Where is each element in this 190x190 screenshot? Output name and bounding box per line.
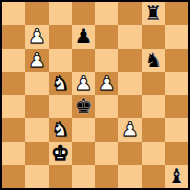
square-d5[interactable]: ♟ — [72, 72, 95, 95]
square-b7[interactable]: ♟ — [25, 25, 48, 48]
square-d1[interactable] — [72, 165, 95, 188]
square-e2[interactable] — [95, 142, 118, 165]
white-knight: ♞ — [51, 72, 69, 95]
black-pawn: ♟ — [74, 25, 92, 48]
square-h7[interactable] — [165, 25, 188, 48]
square-f3[interactable]: ♟ — [118, 118, 141, 141]
square-b1[interactable] — [25, 165, 48, 188]
square-e7[interactable] — [95, 25, 118, 48]
square-c8[interactable] — [49, 2, 72, 25]
square-h6[interactable] — [165, 49, 188, 72]
square-g1[interactable] — [142, 165, 165, 188]
square-a6[interactable] — [2, 49, 25, 72]
square-h2[interactable] — [165, 142, 188, 165]
black-king: ♚ — [74, 95, 92, 118]
square-g6[interactable]: ♞ — [142, 49, 165, 72]
square-b4[interactable] — [25, 95, 48, 118]
square-e3[interactable] — [95, 118, 118, 141]
square-a8[interactable] — [2, 2, 25, 25]
square-f2[interactable] — [118, 142, 141, 165]
square-e1[interactable] — [95, 165, 118, 188]
square-g2[interactable] — [142, 142, 165, 165]
square-f4[interactable] — [118, 95, 141, 118]
square-g8[interactable]: ♜ — [142, 2, 165, 25]
white-king: ♚ — [51, 142, 69, 165]
square-b6[interactable]: ♟ — [25, 49, 48, 72]
square-f5[interactable] — [118, 72, 141, 95]
black-rook: ♜ — [144, 2, 162, 25]
square-a4[interactable] — [2, 95, 25, 118]
square-a3[interactable] — [2, 118, 25, 141]
white-knight: ♞ — [51, 118, 69, 141]
square-a5[interactable] — [2, 72, 25, 95]
square-e4[interactable] — [95, 95, 118, 118]
square-f1[interactable] — [118, 165, 141, 188]
white-pawn: ♟ — [28, 49, 46, 72]
square-g3[interactable] — [142, 118, 165, 141]
square-b8[interactable] — [25, 2, 48, 25]
square-c1[interactable] — [49, 165, 72, 188]
square-e6[interactable] — [95, 49, 118, 72]
square-c4[interactable] — [49, 95, 72, 118]
chess-board-frame: ♜♟♟♟♞♞♟♟♚♞♟♚♝ — [0, 0, 190, 190]
chess-board: ♜♟♟♟♞♞♟♟♚♞♟♚♝ — [2, 2, 188, 188]
square-d7[interactable]: ♟ — [72, 25, 95, 48]
square-c3[interactable]: ♞ — [49, 118, 72, 141]
square-h5[interactable] — [165, 72, 188, 95]
square-g7[interactable] — [142, 25, 165, 48]
white-pawn: ♟ — [74, 72, 92, 95]
square-c7[interactable] — [49, 25, 72, 48]
square-e8[interactable] — [95, 2, 118, 25]
square-d8[interactable] — [72, 2, 95, 25]
square-e5[interactable]: ♟ — [95, 72, 118, 95]
white-pawn: ♟ — [98, 72, 116, 95]
square-c2[interactable]: ♚ — [49, 142, 72, 165]
square-a1[interactable] — [2, 165, 25, 188]
square-a7[interactable] — [2, 25, 25, 48]
square-d3[interactable] — [72, 118, 95, 141]
white-pawn: ♟ — [121, 118, 139, 141]
square-d6[interactable] — [72, 49, 95, 72]
black-knight: ♞ — [144, 49, 162, 72]
square-g4[interactable] — [142, 95, 165, 118]
square-d4[interactable]: ♚ — [72, 95, 95, 118]
square-f7[interactable] — [118, 25, 141, 48]
white-pawn: ♟ — [28, 25, 46, 48]
square-h3[interactable] — [165, 118, 188, 141]
square-b5[interactable] — [25, 72, 48, 95]
square-g5[interactable] — [142, 72, 165, 95]
square-d2[interactable] — [72, 142, 95, 165]
square-a2[interactable] — [2, 142, 25, 165]
square-b3[interactable] — [25, 118, 48, 141]
square-b2[interactable] — [25, 142, 48, 165]
square-c5[interactable]: ♞ — [49, 72, 72, 95]
square-f8[interactable] — [118, 2, 141, 25]
square-h1[interactable]: ♝ — [165, 165, 188, 188]
black-bishop: ♝ — [167, 165, 185, 188]
square-c6[interactable] — [49, 49, 72, 72]
square-f6[interactable] — [118, 49, 141, 72]
square-h4[interactable] — [165, 95, 188, 118]
square-h8[interactable] — [165, 2, 188, 25]
